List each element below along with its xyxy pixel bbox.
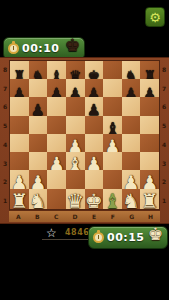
- rank-label-7: 7: [160, 79, 168, 98]
- rank-label-6: 6: [1, 98, 9, 117]
- square-f8[interactable]: [103, 61, 122, 79]
- square-a8[interactable]: ♜: [10, 61, 29, 79]
- square-c5[interactable]: [47, 116, 66, 134]
- black-player-piece-icon: ♚: [65, 37, 80, 54]
- rank-label-3: 3: [160, 154, 168, 173]
- square-h7[interactable]: ♟: [140, 79, 159, 97]
- square-e3[interactable]: ♟: [85, 152, 104, 170]
- square-h1[interactable]: ♜: [140, 189, 159, 209]
- square-f4[interactable]: ♟: [103, 134, 122, 152]
- rank-label-4: 4: [160, 135, 168, 154]
- square-e8[interactable]: ♚: [85, 61, 104, 79]
- black-timer-value: 00:10: [22, 42, 60, 55]
- rank-label-5: 5: [1, 116, 9, 135]
- square-h8[interactable]: ♜: [140, 61, 159, 79]
- white-timer-badge: 00:15 ♚: [88, 226, 168, 249]
- rank-label-2: 2: [1, 173, 9, 192]
- square-h2[interactable]: ♟: [140, 170, 159, 189]
- file-label-g: G: [122, 211, 141, 222]
- square-c2[interactable]: [47, 170, 66, 189]
- file-label-f: F: [103, 211, 122, 222]
- square-b3[interactable]: [29, 152, 48, 170]
- score-divider: [42, 239, 90, 240]
- square-f2[interactable]: [103, 170, 122, 189]
- square-b2[interactable]: ♟: [29, 170, 48, 189]
- rank-label-8: 8: [1, 60, 9, 79]
- file-label-h: H: [141, 211, 160, 222]
- rating-value: 4846: [65, 228, 89, 237]
- white-player-piece-icon: ♚: [148, 226, 163, 243]
- square-a4[interactable]: [10, 134, 29, 152]
- square-e6[interactable]: ♟: [85, 97, 104, 115]
- square-a6[interactable]: [10, 97, 29, 115]
- square-c1[interactable]: [47, 189, 66, 209]
- rank-label-6: 6: [160, 98, 168, 117]
- square-a3[interactable]: [10, 152, 29, 170]
- square-c6[interactable]: [47, 97, 66, 115]
- square-g8[interactable]: ♞: [122, 61, 141, 79]
- rank-label-4: 4: [1, 135, 9, 154]
- settings-button[interactable]: ⚙: [145, 7, 165, 27]
- square-f5[interactable]: ♝: [103, 116, 122, 134]
- file-labels: ABCDEFGH: [9, 210, 160, 222]
- square-c7[interactable]: ♟: [47, 79, 66, 97]
- square-g6[interactable]: [122, 97, 141, 115]
- rank-label-3: 3: [1, 154, 9, 173]
- square-f1[interactable]: ♝: [103, 189, 122, 209]
- square-g7[interactable]: ♟: [122, 79, 141, 97]
- square-f7[interactable]: [103, 79, 122, 97]
- square-d7[interactable]: ♟: [66, 79, 85, 97]
- chess-board: 87654321 ♜♞♝♛♚♞♜♟♟♟♟♟♟♟♟♝♟♟♟♝♟♟♟♟♟♜♞♛♚♝♞…: [0, 57, 169, 224]
- rank-label-1: 1: [160, 191, 168, 210]
- rank-label-1: 1: [1, 191, 9, 210]
- square-d5[interactable]: [66, 116, 85, 134]
- square-a2[interactable]: ♟: [10, 170, 29, 189]
- square-a5[interactable]: [10, 116, 29, 134]
- square-b1[interactable]: ♞: [29, 189, 48, 209]
- square-d3[interactable]: ♝: [66, 152, 85, 170]
- square-a7[interactable]: ♟: [10, 79, 29, 97]
- square-d1[interactable]: ♛: [66, 189, 85, 209]
- square-e1[interactable]: ♚: [85, 189, 104, 209]
- stopwatch-icon: [93, 232, 104, 243]
- gear-icon: ⚙: [149, 11, 161, 24]
- board-grid: ♜♞♝♛♚♞♜♟♟♟♟♟♟♟♟♝♟♟♟♝♟♟♟♟♟♜♞♛♚♝♞♜: [9, 60, 160, 210]
- star-icon: ☆: [46, 227, 57, 239]
- square-g5[interactable]: [122, 116, 141, 134]
- square-b6[interactable]: ♟: [29, 97, 48, 115]
- square-b8[interactable]: ♞: [29, 61, 48, 79]
- rank-label-5: 5: [160, 116, 168, 135]
- square-e2[interactable]: [85, 170, 104, 189]
- square-d2[interactable]: [66, 170, 85, 189]
- stopwatch-icon: [8, 43, 19, 54]
- app-screen: ⚙ 00:10 ♚ 87654321 ♜♞♝♛♚♞♜♟♟♟♟♟♟♟♟♝♟♟♟♝♟…: [0, 0, 169, 300]
- square-h3[interactable]: [140, 152, 159, 170]
- file-label-c: C: [47, 211, 66, 222]
- white-timer-value: 00:15: [107, 231, 145, 244]
- square-c3[interactable]: ♟: [47, 152, 66, 170]
- rank-labels-right: 87654321: [160, 60, 168, 210]
- square-a1[interactable]: ♜: [10, 189, 29, 209]
- rank-label-7: 7: [1, 79, 9, 98]
- square-h4[interactable]: [140, 134, 159, 152]
- file-label-b: B: [28, 211, 47, 222]
- square-d4[interactable]: ♟: [66, 134, 85, 152]
- file-label-a: A: [9, 211, 28, 222]
- square-c8[interactable]: ♝: [47, 61, 66, 79]
- file-label-e: E: [85, 211, 104, 222]
- square-g4[interactable]: [122, 134, 141, 152]
- square-g2[interactable]: ♟: [122, 170, 141, 189]
- square-g1[interactable]: ♞: [122, 189, 141, 209]
- rank-label-8: 8: [160, 60, 168, 79]
- square-h6[interactable]: [140, 97, 159, 115]
- square-e7[interactable]: ♟: [85, 79, 104, 97]
- square-f6[interactable]: [103, 97, 122, 115]
- square-d8[interactable]: ♛: [66, 61, 85, 79]
- square-e5[interactable]: [85, 116, 104, 134]
- square-b7[interactable]: [29, 79, 48, 97]
- square-h5[interactable]: [140, 116, 159, 134]
- rank-label-2: 2: [160, 173, 168, 192]
- square-c4[interactable]: [47, 134, 66, 152]
- square-b4[interactable]: [29, 134, 48, 152]
- square-g3[interactable]: [122, 152, 141, 170]
- square-f3[interactable]: [103, 152, 122, 170]
- file-label-d: D: [66, 211, 85, 222]
- square-d6[interactable]: [66, 97, 85, 115]
- square-b5[interactable]: [29, 116, 48, 134]
- rank-labels-left: 87654321: [1, 60, 9, 210]
- square-e4[interactable]: [85, 134, 104, 152]
